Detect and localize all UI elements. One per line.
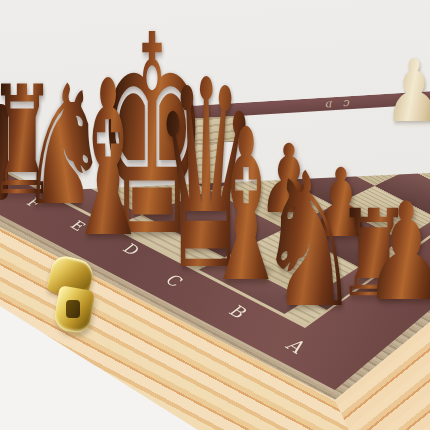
- piece-dark-pawn-3: ♟: [362, 185, 430, 320]
- chess-set-photo: DC HGFEDCBA8 ♟♜♞♟♚♝♟♛♝♜♟♞: [0, 0, 430, 430]
- piece-dark-bishop-1: ♝: [64, 52, 153, 267]
- piece-light-pawn-far: ♟: [383, 48, 430, 134]
- piece-dark-knight-2: ♞: [258, 149, 361, 334]
- pieces-layer: ♟♜♞♟♚♝♟♛♝♜♟♞: [0, 0, 430, 430]
